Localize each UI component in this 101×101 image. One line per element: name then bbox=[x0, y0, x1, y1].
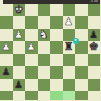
square-a4[interactable] bbox=[0, 54, 13, 67]
square-d1[interactable] bbox=[38, 91, 51, 100]
square-d2[interactable] bbox=[38, 79, 51, 92]
square-b3[interactable] bbox=[13, 66, 26, 79]
chess-board: ♚♟♟♞♟♟♟♜♚♟♟★ bbox=[0, 4, 100, 101]
square-b4[interactable] bbox=[13, 54, 26, 67]
square-b5[interactable] bbox=[13, 41, 26, 54]
square-e4[interactable] bbox=[50, 54, 63, 67]
square-e7[interactable] bbox=[50, 16, 63, 29]
square-e3[interactable] bbox=[50, 66, 63, 79]
white-knight[interactable]: ♞ bbox=[38, 29, 51, 42]
square-a2[interactable] bbox=[0, 79, 13, 92]
white-king[interactable]: ♚ bbox=[13, 4, 26, 17]
square-c3[interactable] bbox=[25, 66, 38, 79]
square-b8[interactable]: ♚ bbox=[13, 4, 26, 17]
square-a6[interactable] bbox=[0, 29, 13, 42]
square-a7[interactable] bbox=[0, 16, 13, 29]
square-c2[interactable] bbox=[25, 79, 38, 92]
square-a8[interactable] bbox=[0, 4, 13, 17]
square-g7[interactable] bbox=[75, 16, 88, 29]
move-classification-badge: ★ bbox=[73, 38, 79, 44]
square-h3[interactable] bbox=[88, 66, 101, 79]
square-d8[interactable] bbox=[38, 4, 51, 17]
square-f1[interactable] bbox=[63, 91, 76, 100]
square-c6[interactable] bbox=[25, 29, 38, 42]
square-d6[interactable]: ♞ bbox=[38, 29, 51, 42]
square-g3[interactable] bbox=[75, 66, 88, 79]
black-pawn[interactable]: ♟ bbox=[0, 66, 13, 79]
square-b1[interactable] bbox=[13, 91, 26, 100]
square-h7[interactable] bbox=[88, 16, 101, 29]
square-c8[interactable] bbox=[25, 4, 38, 17]
square-e8[interactable] bbox=[50, 4, 63, 17]
square-a3[interactable]: ♟ bbox=[0, 66, 13, 79]
square-h1[interactable] bbox=[88, 91, 101, 100]
square-h5[interactable]: ♚ bbox=[88, 41, 101, 54]
square-g1[interactable] bbox=[75, 91, 88, 100]
black-pawn[interactable]: ♟ bbox=[13, 79, 26, 92]
square-f4[interactable] bbox=[63, 54, 76, 67]
square-c4[interactable] bbox=[25, 54, 38, 67]
square-e1[interactable] bbox=[50, 91, 63, 100]
square-g2[interactable] bbox=[75, 79, 88, 92]
square-f7[interactable]: ♟ bbox=[63, 16, 76, 29]
square-e6[interactable] bbox=[50, 29, 63, 42]
white-pawn[interactable]: ♟ bbox=[25, 41, 38, 54]
square-f2[interactable] bbox=[63, 79, 76, 92]
square-d4[interactable] bbox=[38, 54, 51, 67]
square-d3[interactable] bbox=[38, 66, 51, 79]
badge-star-icon: ★ bbox=[74, 39, 77, 42]
square-c5[interactable]: ♟ bbox=[25, 41, 38, 54]
square-f3[interactable] bbox=[63, 66, 76, 79]
square-a1[interactable] bbox=[0, 91, 13, 100]
square-f8[interactable] bbox=[63, 4, 76, 17]
square-e5[interactable] bbox=[50, 41, 63, 54]
square-g4[interactable] bbox=[75, 54, 88, 67]
square-b2[interactable]: ♟ bbox=[13, 79, 26, 92]
black-king[interactable]: ♚ bbox=[88, 41, 101, 54]
white-pawn[interactable]: ♟ bbox=[0, 41, 13, 54]
square-d7[interactable] bbox=[38, 16, 51, 29]
square-a5[interactable]: ♟ bbox=[0, 41, 13, 54]
square-b6[interactable]: ♟ bbox=[13, 29, 26, 42]
square-g8[interactable] bbox=[75, 4, 88, 17]
square-h8[interactable] bbox=[88, 4, 101, 17]
white-pawn[interactable]: ♟ bbox=[13, 29, 26, 42]
square-h4[interactable] bbox=[88, 54, 101, 67]
square-c1[interactable] bbox=[25, 91, 38, 100]
white-pawn[interactable]: ♟ bbox=[63, 16, 76, 29]
square-d5[interactable] bbox=[38, 41, 51, 54]
square-h2[interactable] bbox=[88, 79, 101, 92]
square-c7[interactable] bbox=[25, 16, 38, 29]
square-e2[interactable] bbox=[50, 79, 63, 92]
square-b7[interactable] bbox=[13, 16, 26, 29]
